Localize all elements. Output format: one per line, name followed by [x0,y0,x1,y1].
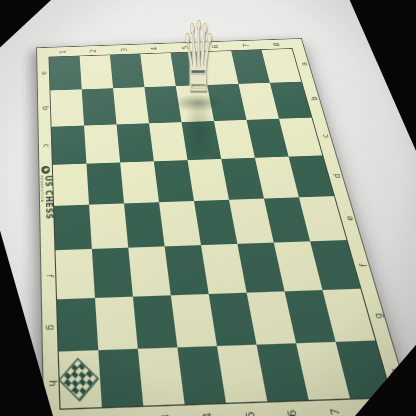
us-chess-logo-text: US CHESS FEDERATION [39,175,52,219]
square-c3[interactable] [116,123,153,162]
square-f1[interactable] [56,249,95,299]
left-edge-label-f: f [44,275,53,278]
square-e1[interactable] [54,205,92,251]
square-g2[interactable] [95,296,138,350]
chess-board: ♞ US CHESS FEDERATION abcfghabcdefgh1234… [36,38,415,416]
white-queen-glyph: ♛ [181,10,216,108]
us-chess-logo-inner: ♞ US CHESS FEDERATION [40,166,53,256]
square-h2[interactable] [98,348,143,407]
square-a2[interactable] [80,55,113,89]
knight-circle-icon: ♞ [41,166,50,174]
top-edge-label-3: 3 [121,48,128,52]
square-b1[interactable] [50,90,84,127]
right-edge-label-d: d [333,173,342,178]
right-edge-label-f: f [360,264,369,267]
square-f2[interactable] [92,248,133,298]
bottom-edge-label-4: 4 [203,413,214,416]
bottom-edge-label-6: 6 [287,410,298,416]
square-b2[interactable] [82,88,117,125]
square-e2[interactable] [89,203,128,249]
square-e3[interactable] [124,202,165,248]
photo-scene: ♞ US CHESS FEDERATION abcfghabcdefgh1234… [0,0,416,416]
square-c1[interactable] [52,125,87,164]
left-edge-label-b: b [40,106,47,110]
right-edge-label-a: a [301,62,309,66]
top-edge-label-2: 2 [91,49,98,53]
left-edge-label-h: h [46,380,55,387]
top-edge-label-1: 1 [60,50,67,54]
us-chess-logo-subtitle: FEDERATION [39,176,44,220]
square-f3[interactable] [128,247,170,296]
top-edge-label-8: 8 [274,43,282,47]
left-edge-label-a: a [40,72,47,76]
left-edge-label-g: g [45,324,54,330]
top-edge-label-7: 7 [243,44,251,48]
white-queen-on-b5[interactable]: ♛ [176,10,220,107]
right-edge-label-e: e [346,216,356,221]
left-edge-label-c: c [41,144,49,148]
square-b3[interactable] [113,87,149,124]
right-edge-label-c: c [322,134,331,138]
square-d1[interactable] [53,163,89,205]
right-edge-label-b: b [311,97,319,101]
bottom-edge-label-5: 5 [245,411,256,416]
right-edge-label-g: g [374,313,385,319]
square-d2[interactable] [86,162,124,204]
square-g3[interactable] [133,295,178,349]
top-edge-label-4: 4 [152,47,159,51]
square-g1[interactable] [57,297,98,351]
square-c2[interactable] [84,124,120,163]
square-a3[interactable] [110,54,145,88]
square-d3[interactable] [120,161,159,203]
square-a1[interactable] [49,56,81,90]
bottom-edge-label-7: 7 [329,408,340,416]
